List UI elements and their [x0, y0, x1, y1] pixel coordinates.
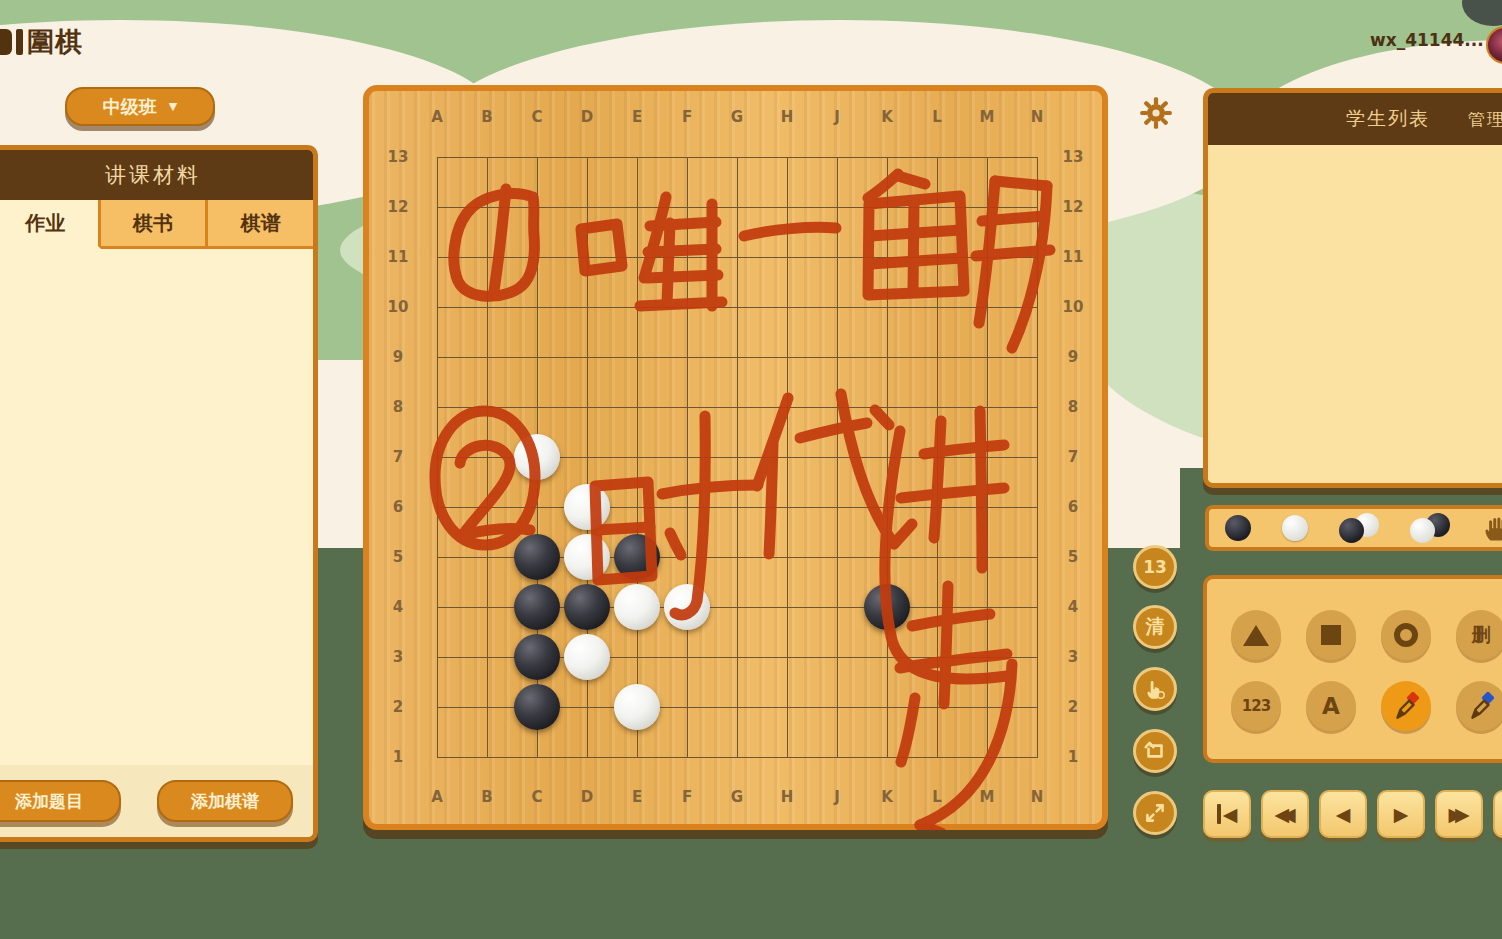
coord-row-label: 5 — [1068, 548, 1078, 566]
coord-col-label: M — [980, 788, 995, 806]
coord-col-label: K — [881, 108, 893, 126]
tab-game-records[interactable]: 棋谱 — [208, 200, 313, 246]
pointer-hand-icon — [1142, 676, 1168, 702]
black-stone-tool[interactable] — [1225, 515, 1251, 541]
coord-col-label: C — [531, 108, 542, 126]
stone-white-D3 — [564, 634, 610, 680]
blue-pencil-icon — [1466, 691, 1496, 721]
coord-col-label: H — [781, 108, 794, 126]
square-icon — [1321, 625, 1341, 645]
app-title: 圍棋 — [27, 24, 83, 60]
user-avatar[interactable] — [1486, 26, 1502, 64]
hand-tool-icon[interactable] — [1481, 513, 1502, 543]
expand-arrows-icon — [1142, 800, 1168, 826]
coord-col-label: L — [932, 788, 942, 806]
stone-black-C4 — [514, 584, 560, 630]
coord-row-label: 8 — [1068, 398, 1078, 416]
nav-last-move-button[interactable]: ▶ — [1493, 790, 1502, 838]
coord-row-label: 4 — [1068, 598, 1078, 616]
coord-row-label: 2 — [1068, 698, 1078, 716]
coord-row-label: 5 — [393, 548, 403, 566]
app-window: 圍棋 wx_41144... 中级班 ▼ 讲课材料 作业 棋书 棋谱 添加题目 … — [0, 0, 1502, 939]
stone-black-K4 — [864, 584, 910, 630]
app-logo: 圍棋 — [0, 24, 83, 60]
rewind-icon: ◀ — [1281, 805, 1296, 824]
stone-black-E5 — [614, 534, 660, 580]
coord-row-label: 3 — [393, 648, 403, 666]
letter-marker-tool[interactable]: A — [1306, 681, 1356, 731]
coord-col-label: C — [531, 788, 542, 806]
white-stone-icon — [1410, 518, 1435, 543]
coord-row-label: 7 — [1068, 448, 1078, 466]
blue-pen-tool[interactable] — [1456, 681, 1502, 731]
coord-row-label: 11 — [388, 248, 409, 266]
rotate-arrow-icon — [1142, 738, 1168, 764]
coord-col-label: G — [731, 108, 743, 126]
stone-black-C5 — [514, 534, 560, 580]
clear-board-button[interactable]: 清 — [1133, 605, 1177, 649]
go-board[interactable]: AABBCCDDEEFFGGHHJJKKLLMMNN13131212111110… — [363, 85, 1108, 830]
letter-label: A — [1322, 693, 1340, 719]
undo-rotate-button[interactable] — [1133, 729, 1177, 773]
student-list-header: 学生列表 管理 — [1208, 93, 1502, 145]
circle-marker-tool[interactable] — [1381, 610, 1431, 660]
corner-decoration — [1462, 0, 1502, 26]
stone-black-D4 — [564, 584, 610, 630]
materials-panel-title: 讲课材料 — [0, 150, 313, 200]
coord-col-label: J — [834, 108, 840, 126]
coord-col-label: K — [881, 788, 893, 806]
square-marker-tool[interactable] — [1306, 610, 1356, 660]
materials-tabs: 作业 棋书 棋谱 — [0, 200, 313, 249]
username-label: wx_41144... — [1370, 30, 1478, 50]
manage-link[interactable]: 管理 — [1468, 93, 1502, 145]
settings-gear-icon[interactable] — [1138, 95, 1174, 131]
coord-col-label: N — [1031, 788, 1044, 806]
materials-panel: 讲课材料 作业 棋书 棋谱 添加题目 添加棋谱 — [0, 145, 318, 842]
tab-homework[interactable]: 作业 — [0, 200, 101, 249]
forward-icon: ▶ — [1394, 805, 1409, 824]
coord-row-label: 13 — [388, 148, 409, 166]
stone-black-C2 — [514, 684, 560, 730]
coord-row-label: 6 — [1068, 498, 1078, 516]
triangle-marker-tool[interactable] — [1231, 610, 1281, 660]
stone-white-E4 — [614, 584, 660, 630]
coord-row-label: 6 — [393, 498, 403, 516]
back-icon: ◀ — [1336, 805, 1351, 824]
clear-label: 清 — [1146, 614, 1165, 640]
coord-col-label: M — [980, 108, 995, 126]
chevron-down-icon: ▼ — [169, 100, 177, 113]
alternate-white-first-tool[interactable] — [1410, 513, 1450, 543]
coord-col-label: E — [632, 108, 642, 126]
black-stone-icon — [1339, 518, 1364, 543]
coord-row-label: 2 — [393, 698, 403, 716]
coord-row-label: 12 — [388, 198, 409, 216]
coord-col-label: G — [731, 788, 743, 806]
board-size-label: 13 — [1143, 557, 1167, 577]
pointer-mode-button[interactable] — [1133, 667, 1177, 711]
stone-white-D6 — [564, 484, 610, 530]
coord-row-label: 9 — [1068, 348, 1078, 366]
white-stone-tool[interactable] — [1282, 515, 1308, 541]
coord-row-label: 1 — [393, 748, 403, 766]
coord-row-label: 9 — [393, 348, 403, 366]
nav-fast-forward-button[interactable]: ▶ ▶ — [1435, 790, 1483, 838]
coord-col-label: F — [682, 108, 692, 126]
stone-white-E2 — [614, 684, 660, 730]
stone-white-F4 — [664, 584, 710, 630]
stone-white-C7 — [514, 434, 560, 480]
fast-forward-icon: ▶ — [1455, 805, 1470, 824]
add-problem-button[interactable]: 添加题目 — [0, 780, 121, 822]
board-size-badge[interactable]: 13 — [1133, 545, 1177, 589]
coord-col-label: D — [581, 788, 593, 806]
coord-row-label: 13 — [1063, 148, 1084, 166]
coord-row-label: 10 — [1063, 298, 1084, 316]
logo-mark-icon — [0, 29, 12, 55]
nav-forward-button[interactable]: ▶ — [1377, 790, 1425, 838]
nav-back-button[interactable]: ◀ — [1319, 790, 1367, 838]
class-selector-dropdown[interactable]: 中级班 ▼ — [65, 87, 215, 126]
delete-marker-tool[interactable]: 删 — [1456, 610, 1502, 660]
coord-col-label: E — [632, 788, 642, 806]
coord-col-label: H — [781, 788, 794, 806]
circle-icon — [1394, 623, 1418, 647]
alternate-black-first-tool[interactable] — [1339, 513, 1379, 543]
coord-col-label: J — [834, 788, 840, 806]
coord-row-label: 10 — [388, 298, 409, 316]
add-kifu-button[interactable]: 添加棋谱 — [157, 780, 293, 822]
coord-row-label: 8 — [393, 398, 403, 416]
triangle-icon — [1243, 625, 1269, 646]
coord-col-label: N — [1031, 108, 1044, 126]
step-back-icon: ◀ — [1223, 805, 1238, 824]
red-pencil-icon — [1391, 691, 1421, 721]
coord-row-label: 11 — [1063, 248, 1084, 266]
coord-row-label: 3 — [1068, 648, 1078, 666]
stone-white-D5 — [564, 534, 610, 580]
delete-label: 删 — [1472, 622, 1491, 648]
coord-col-label: B — [481, 108, 492, 126]
logo-divider — [16, 29, 23, 55]
coord-row-label: 7 — [393, 448, 403, 466]
coord-col-label: D — [581, 108, 593, 126]
materials-footer: 添加题目 添加棋谱 — [0, 765, 313, 837]
nav-first-move-button[interactable]: ◀ — [1203, 790, 1251, 838]
number-marker-tool[interactable]: 123 — [1231, 681, 1281, 731]
markup-tools-panel: 删 123 A — [1203, 575, 1502, 763]
go-board-inner: AABBCCDDEEFFGGHHJJKKLLMMNN13131212111110… — [369, 91, 1102, 824]
stone-black-C3 — [514, 634, 560, 680]
student-list-title: 学生列表 — [1346, 106, 1430, 132]
coord-col-label: A — [431, 108, 443, 126]
coord-col-label: B — [481, 788, 492, 806]
stone-selector-bar — [1205, 505, 1502, 551]
coord-row-label: 12 — [1063, 198, 1084, 216]
coord-row-label: 1 — [1068, 748, 1078, 766]
class-selector-label: 中级班 — [103, 95, 157, 119]
coord-col-label: F — [682, 788, 692, 806]
materials-list-empty — [0, 249, 313, 765]
fullscreen-expand-button[interactable] — [1133, 791, 1177, 835]
bar-icon — [1217, 804, 1221, 824]
red-pen-tool[interactable] — [1381, 681, 1431, 731]
coord-col-label: L — [932, 108, 942, 126]
nav-rewind-button[interactable]: ◀ ◀ — [1261, 790, 1309, 838]
student-list-empty — [1208, 145, 1502, 483]
numbers-label: 123 — [1242, 697, 1270, 715]
coord-row-label: 4 — [393, 598, 403, 616]
coord-col-label: A — [431, 788, 443, 806]
tab-go-books[interactable]: 棋书 — [101, 200, 209, 246]
student-list-panel: 学生列表 管理 — [1203, 88, 1502, 488]
